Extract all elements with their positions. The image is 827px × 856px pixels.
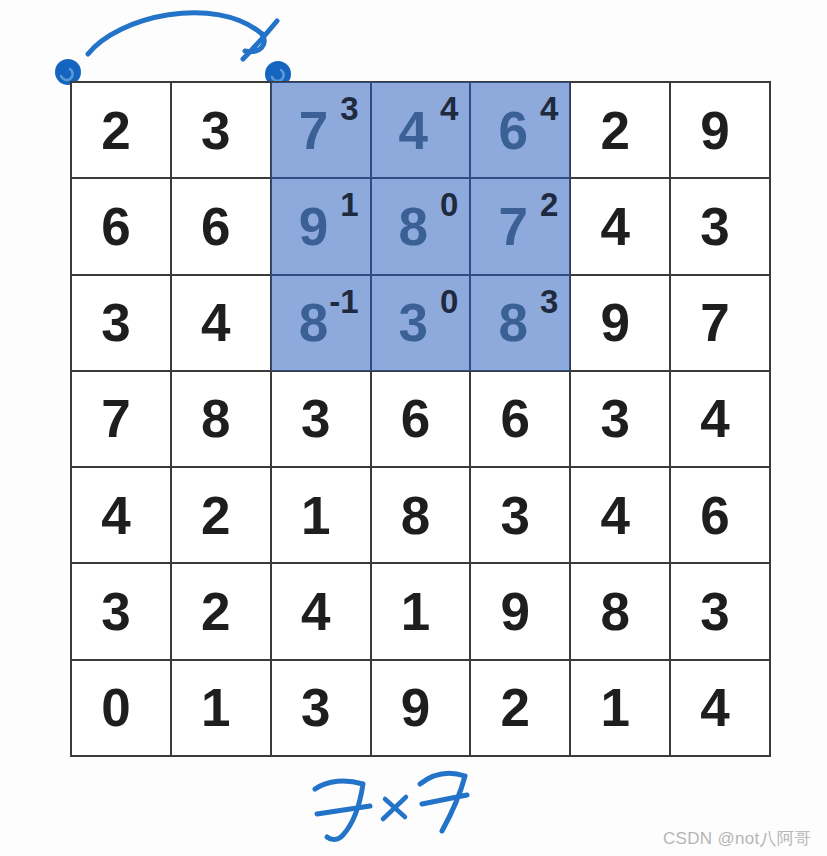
cell-superscript: 1	[340, 188, 358, 221]
grid-cell-r5c6: 4	[570, 467, 670, 563]
grid-cell-r4c1: 7	[71, 371, 171, 467]
cell-value: 3	[399, 292, 428, 353]
grid-cell-r4c5: 6	[470, 371, 570, 467]
grid-cell-r6c5: 9	[470, 563, 570, 659]
grid-cell-r4c7: 4	[670, 371, 770, 467]
grid-cell-r2c7: 3	[670, 178, 770, 274]
cell-superscript: -1	[329, 285, 358, 318]
grid-cell-r6c1: 3	[71, 563, 171, 659]
grid-cell-r5c3: 1	[271, 467, 371, 563]
cell-value: 3	[101, 581, 130, 642]
arrow-curve	[88, 13, 262, 54]
cell-value: 3	[101, 292, 130, 353]
grid-cell-r3c3: 8-1	[271, 275, 371, 371]
cell-value: 4	[301, 581, 330, 642]
cell-value: 4	[700, 677, 729, 738]
cell-value: 8	[600, 581, 629, 642]
cell-value: 9	[600, 292, 629, 353]
grid-cell-r4c4: 6	[371, 371, 471, 467]
grid-cell-r4c2: 8	[171, 371, 271, 467]
cell-value: 4	[700, 388, 729, 449]
grid-cell-r2c4: 80	[371, 178, 471, 274]
grid-cell-r4c6: 3	[570, 371, 670, 467]
grid-cell-r5c7: 6	[670, 467, 770, 563]
cell-value: 6	[401, 388, 430, 449]
cell-superscript: 4	[540, 92, 558, 125]
cell-value: 6	[498, 100, 527, 161]
cell-value: 6	[501, 388, 530, 449]
cell-value: 7	[299, 100, 328, 161]
cell-value: 7	[700, 292, 729, 353]
sliding-window-figure: 23734464296691807243348-1308397783663442…	[0, 0, 827, 856]
grid-cell-r2c2: 6	[171, 178, 271, 274]
grid-cell-r6c3: 4	[271, 563, 371, 659]
grid-cell-r6c2: 2	[171, 563, 271, 659]
cell-superscript: 2	[540, 188, 558, 221]
grid-cell-r7c4: 9	[371, 660, 471, 756]
cell-value: 4	[600, 196, 629, 257]
cell-value: 2	[201, 485, 230, 546]
cell-value: 8	[399, 196, 428, 257]
grid-cell-r7c2: 1	[171, 660, 271, 756]
grid-cell-r1c5: 64	[470, 82, 570, 178]
size-label-handwriting	[290, 762, 520, 852]
grid-cell-r2c5: 72	[470, 178, 570, 274]
cell-value: 7	[101, 388, 130, 449]
grid-cell-r7c3: 3	[271, 660, 371, 756]
cell-value: 9	[501, 581, 530, 642]
cell-value: 3	[201, 100, 230, 161]
grid-cell-r2c1: 6	[71, 178, 171, 274]
cell-value: 1	[600, 677, 629, 738]
grid-cell-r6c7: 3	[670, 563, 770, 659]
cell-superscript: 0	[440, 188, 458, 221]
cell-value: 2	[201, 581, 230, 642]
cell-value: 8	[498, 292, 527, 353]
grid-cell-r3c4: 30	[371, 275, 471, 371]
grid-cell-r2c3: 91	[271, 178, 371, 274]
matrix-grid: 23734464296691807243348-1308397783663442…	[70, 81, 771, 757]
grid-cell-r5c4: 8	[371, 467, 471, 563]
cell-value: 8	[299, 292, 328, 353]
grid-cell-r5c2: 2	[171, 467, 271, 563]
cell-value: 3	[700, 196, 729, 257]
grid-cell-r3c5: 83	[470, 275, 570, 371]
grid-cell-r3c1: 3	[71, 275, 171, 371]
cell-value: 4	[101, 485, 130, 546]
cell-value: 3	[600, 388, 629, 449]
grid-cell-r1c1: 2	[71, 82, 171, 178]
grid-cell-r5c1: 4	[71, 467, 171, 563]
cell-value: 4	[399, 100, 428, 161]
grid-cell-r1c7: 9	[670, 82, 770, 178]
cell-value: 3	[501, 485, 530, 546]
grid-cell-r5c5: 3	[470, 467, 570, 563]
cell-value: 3	[301, 677, 330, 738]
cell-value: 2	[600, 100, 629, 161]
label-seven-1	[315, 781, 370, 839]
cell-value: 3	[301, 388, 330, 449]
cell-value: 8	[201, 388, 230, 449]
cell-superscript: 3	[340, 92, 358, 125]
grid-cell-r2c6: 4	[570, 178, 670, 274]
grid-cell-r3c6: 9	[570, 275, 670, 371]
cell-value: 1	[301, 485, 330, 546]
cell-superscript: 0	[440, 285, 458, 318]
grid-cell-r6c6: 8	[570, 563, 670, 659]
grid-cell-r3c2: 4	[171, 275, 271, 371]
grid-cell-r7c5: 2	[470, 660, 570, 756]
grid-cell-r7c7: 4	[670, 660, 770, 756]
grid-cell-r1c3: 73	[271, 82, 371, 178]
cell-value: 8	[401, 485, 430, 546]
cell-value: 6	[700, 485, 729, 546]
cell-superscript: 4	[440, 92, 458, 125]
watermark: CSDN @not八阿哥	[663, 827, 823, 850]
cell-value: 3	[700, 581, 729, 642]
grid-cell-r3c7: 7	[670, 275, 770, 371]
cell-value: 6	[201, 196, 230, 257]
cell-value: 9	[401, 677, 430, 738]
cell-value: 4	[201, 292, 230, 353]
cell-value: 4	[600, 485, 629, 546]
cell-value: 1	[201, 677, 230, 738]
grid-cell-r7c6: 1	[570, 660, 670, 756]
cell-value: 9	[700, 100, 729, 161]
cell-superscript: 3	[540, 285, 558, 318]
cell-value: 2	[501, 677, 530, 738]
grid-cell-r4c3: 3	[271, 371, 371, 467]
cell-value: 0	[101, 677, 130, 738]
grid-cell-r1c6: 2	[570, 82, 670, 178]
label-seven-2	[420, 773, 467, 831]
grid-cell-r1c2: 3	[171, 82, 271, 178]
cell-value: 7	[498, 196, 527, 257]
cell-value: 2	[101, 100, 130, 161]
cell-value: 6	[101, 196, 130, 257]
label-x	[383, 797, 406, 819]
grid-cell-r6c4: 1	[371, 563, 471, 659]
grid-cell-r1c4: 44	[371, 82, 471, 178]
cell-value: 1	[401, 581, 430, 642]
cell-value: 9	[299, 196, 328, 257]
grid-cell-r7c1: 0	[71, 660, 171, 756]
